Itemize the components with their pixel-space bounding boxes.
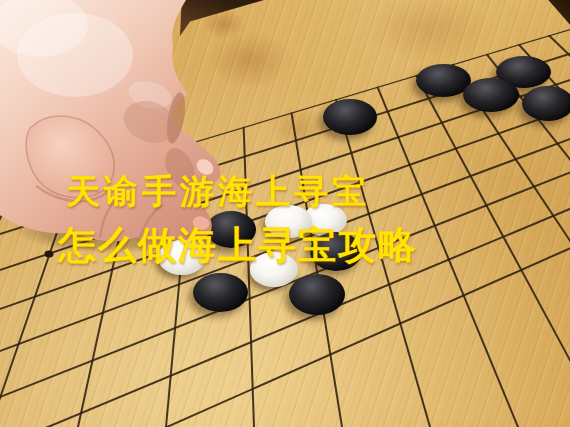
black-stone bbox=[323, 99, 377, 135]
overlay-title-line2: 怎么做海上寻宝攻略 bbox=[58, 220, 418, 271]
overlay-title-line1: 天谕手游海上寻宝 bbox=[66, 169, 370, 215]
go-photo-stage: 天谕手游海上寻宝 怎么做海上寻宝攻略 bbox=[0, 0, 570, 427]
black-stone bbox=[463, 78, 519, 112]
black-stone bbox=[416, 64, 471, 97]
black-stone bbox=[193, 273, 248, 312]
black-stone bbox=[289, 274, 345, 315]
black-stone bbox=[522, 86, 570, 121]
